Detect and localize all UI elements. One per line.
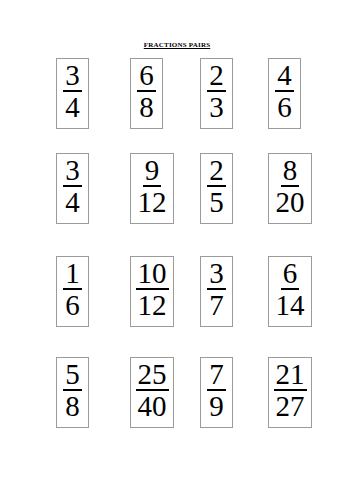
fraction-numerator: 8 xyxy=(281,157,300,187)
fraction-numerator: 25 xyxy=(136,361,169,391)
fraction-numerator: 3 xyxy=(63,62,82,92)
fraction-denominator: 40 xyxy=(138,393,167,420)
fraction-numerator: 7 xyxy=(207,361,226,391)
fraction-numerator: 9 xyxy=(143,157,162,187)
fraction-card-r2c1[interactable]: 3 4 xyxy=(56,153,89,224)
fraction-card-r1c1[interactable]: 3 4 xyxy=(56,58,89,129)
fraction-denominator: 12 xyxy=(138,189,167,216)
fraction-card-r2c4[interactable]: 8 20 xyxy=(268,153,312,224)
fraction-numerator: 6 xyxy=(137,62,156,92)
fraction-card-r1c2[interactable]: 6 8 xyxy=(130,58,163,129)
fraction-card-r3c3[interactable]: 3 7 xyxy=(200,256,233,327)
fraction-denominator: 27 xyxy=(276,393,305,420)
fraction-denominator: 8 xyxy=(65,393,80,420)
fraction-denominator: 8 xyxy=(139,94,154,121)
fraction-cards-grid: 3 4 6 8 2 3 4 6 3 4 9 12 2 5 8 20 xyxy=(56,58,313,428)
fraction-denominator: 20 xyxy=(276,189,305,216)
fraction-numerator: 3 xyxy=(207,260,226,290)
fraction-card-r1c4[interactable]: 4 6 xyxy=(268,58,301,129)
fraction-card-r4c3[interactable]: 7 9 xyxy=(200,357,233,428)
fraction-card-r3c4[interactable]: 6 14 xyxy=(268,256,312,327)
fraction-numerator: 4 xyxy=(275,62,294,92)
fraction-card-r3c1[interactable]: 1 6 xyxy=(56,256,89,327)
fraction-denominator: 7 xyxy=(209,292,224,319)
fraction-card-r4c2[interactable]: 25 40 xyxy=(130,357,174,428)
page-title: FRACTIONS PAIRS xyxy=(0,41,354,49)
fraction-numerator: 2 xyxy=(207,62,226,92)
fraction-denominator: 12 xyxy=(138,292,167,319)
fraction-denominator: 4 xyxy=(65,94,80,121)
fraction-numerator: 3 xyxy=(63,157,82,187)
fraction-denominator: 3 xyxy=(209,94,224,121)
fraction-card-r1c3[interactable]: 2 3 xyxy=(200,58,233,129)
fraction-card-r4c1[interactable]: 5 8 xyxy=(56,357,89,428)
fraction-numerator: 5 xyxy=(63,361,82,391)
fraction-numerator: 21 xyxy=(274,361,307,391)
fraction-denominator: 6 xyxy=(65,292,80,319)
fraction-denominator: 4 xyxy=(65,189,80,216)
fraction-card-r2c3[interactable]: 2 5 xyxy=(200,153,233,224)
fraction-card-r2c2[interactable]: 9 12 xyxy=(130,153,174,224)
fraction-card-r3c2[interactable]: 10 12 xyxy=(130,256,174,327)
fraction-denominator: 9 xyxy=(209,393,224,420)
fraction-denominator: 14 xyxy=(276,292,305,319)
fraction-denominator: 5 xyxy=(209,189,224,216)
fraction-denominator: 6 xyxy=(277,94,292,121)
fraction-numerator: 6 xyxy=(281,260,300,290)
fraction-numerator: 1 xyxy=(63,260,82,290)
worksheet-page: FRACTIONS PAIRS 3 4 6 8 2 3 4 6 3 4 9 12… xyxy=(0,0,354,500)
fraction-numerator: 10 xyxy=(136,260,169,290)
fraction-numerator: 2 xyxy=(207,157,226,187)
fraction-card-r4c4[interactable]: 21 27 xyxy=(268,357,312,428)
